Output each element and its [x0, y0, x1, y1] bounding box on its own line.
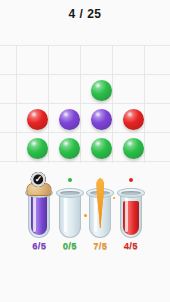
ball-green — [91, 138, 112, 159]
tube-glass — [120, 191, 142, 238]
grid-cell — [48, 132, 80, 161]
grid-cell — [48, 45, 80, 74]
grid-cell — [80, 132, 112, 161]
paint-speck — [84, 214, 87, 217]
grid-cell — [16, 74, 48, 103]
ball-green — [27, 138, 48, 159]
grid-cell — [80, 74, 112, 103]
grid-cell — [80, 45, 112, 74]
tube-rim — [56, 188, 84, 198]
grid-cell — [112, 103, 144, 132]
tube-2[interactable]: 0/5 — [56, 176, 84, 254]
ball-purple — [59, 109, 80, 130]
glass-shine — [33, 194, 36, 232]
grid-cell — [112, 132, 144, 161]
grid-cell — [16, 45, 48, 74]
paint-speck — [113, 197, 115, 199]
incoming-drop-dot — [129, 178, 133, 182]
glass-shine — [94, 194, 97, 232]
tube-glass — [28, 191, 50, 238]
tube-rack: ✓6/50/57/54/5 — [0, 176, 170, 254]
tube-count-label: 0/5 — [56, 240, 84, 251]
tube-rim — [117, 188, 145, 198]
grid-cell — [16, 103, 48, 132]
tube-4[interactable]: 4/5 — [117, 176, 145, 254]
glass-shine — [125, 194, 128, 232]
ball-green — [91, 80, 112, 101]
tube-glass — [59, 191, 81, 238]
grid-cell — [112, 45, 144, 74]
ball-green — [59, 138, 80, 159]
check-badge-icon: ✓ — [31, 172, 46, 187]
ball-green — [123, 138, 144, 159]
ball-red — [27, 109, 48, 130]
tube-1[interactable]: ✓6/5 — [25, 176, 53, 254]
grid-cell — [48, 74, 80, 103]
grid-cell — [112, 74, 144, 103]
level-counter: 4 / 25 — [0, 7, 170, 21]
tube-count-label: 6/5 — [25, 240, 53, 251]
ball-red — [123, 109, 144, 130]
game-screen: 4 / 25 ✓6/50/57/54/5 — [0, 0, 170, 302]
incoming-drop-dot — [68, 178, 72, 182]
tube-count-label: 4/5 — [117, 240, 145, 251]
grid-cell — [16, 132, 48, 161]
grid-cell — [80, 103, 112, 132]
tube-3[interactable]: 7/5 — [86, 176, 114, 254]
ball-purple — [91, 109, 112, 130]
tube-count-label: 7/5 — [86, 240, 114, 251]
grid-cell — [48, 103, 80, 132]
glass-shine — [64, 194, 67, 232]
ball-grid — [16, 45, 144, 161]
